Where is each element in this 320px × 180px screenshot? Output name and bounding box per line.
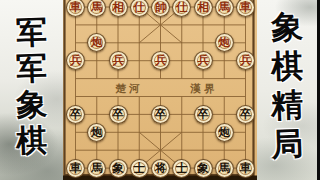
piece-red-horse[interactable]: 馬 bbox=[215, 0, 234, 17]
piece-glyph: 象 bbox=[197, 159, 209, 178]
piece-red-rook[interactable]: 車 bbox=[66, 0, 85, 17]
piece-glyph: 卒 bbox=[155, 105, 167, 124]
piece-black-advisor[interactable]: 士 bbox=[172, 159, 191, 178]
piece-glyph: 馬 bbox=[219, 0, 231, 17]
thumbnail-frame: 军 军 象 棋 象 棋 精 局 楚河 漢界 車馬相仕帥仕相馬車炮炮兵兵兵兵兵卒卒… bbox=[0, 0, 320, 180]
piece-glyph: 炮 bbox=[91, 33, 103, 52]
piece-glyph: 卒 bbox=[70, 105, 82, 124]
piece-glyph: 仕 bbox=[134, 0, 146, 17]
piece-red-cannon[interactable]: 炮 bbox=[215, 33, 234, 52]
calligraphy-char: 局 bbox=[270, 124, 303, 164]
piece-glyph: 兵 bbox=[70, 51, 82, 70]
piece-black-elephant[interactable]: 象 bbox=[194, 159, 213, 178]
piece-black-soldier[interactable]: 卒 bbox=[109, 105, 128, 124]
piece-red-elephant[interactable]: 相 bbox=[109, 0, 128, 17]
piece-black-horse[interactable]: 馬 bbox=[87, 159, 106, 178]
piece-glyph: 馬 bbox=[91, 0, 103, 17]
piece-red-soldier[interactable]: 兵 bbox=[194, 51, 213, 70]
piece-glyph: 炮 bbox=[219, 33, 231, 52]
piece-glyph: 卒 bbox=[197, 105, 209, 124]
piece-glyph: 炮 bbox=[219, 123, 231, 142]
piece-black-soldier[interactable]: 卒 bbox=[151, 105, 170, 124]
piece-red-rook[interactable]: 車 bbox=[236, 0, 255, 17]
piece-glyph: 卒 bbox=[240, 105, 252, 124]
piece-glyph: 卒 bbox=[112, 105, 124, 124]
piece-glyph: 兵 bbox=[155, 51, 167, 70]
piece-glyph: 馬 bbox=[91, 159, 103, 178]
piece-black-rook[interactable]: 車 bbox=[236, 159, 255, 178]
piece-glyph: 車 bbox=[70, 0, 82, 17]
piece-black-soldier[interactable]: 卒 bbox=[194, 105, 213, 124]
piece-black-soldier[interactable]: 卒 bbox=[66, 105, 85, 124]
piece-glyph: 将 bbox=[155, 159, 167, 178]
piece-red-elephant[interactable]: 相 bbox=[194, 0, 213, 17]
calligraphy-char: 棋 bbox=[15, 121, 47, 158]
piece-red-soldier[interactable]: 兵 bbox=[236, 51, 255, 70]
piece-black-rook[interactable]: 車 bbox=[66, 159, 85, 178]
piece-black-general[interactable]: 将 bbox=[151, 159, 170, 178]
piece-glyph: 象 bbox=[112, 159, 124, 178]
calligraphy-char: 军 bbox=[15, 13, 47, 50]
piece-red-advisor[interactable]: 仕 bbox=[130, 0, 149, 17]
piece-red-advisor[interactable]: 仕 bbox=[172, 0, 191, 17]
calligraphy-char: 象 bbox=[270, 7, 303, 47]
piece-black-horse[interactable]: 馬 bbox=[215, 159, 234, 178]
piece-red-horse[interactable]: 馬 bbox=[87, 0, 106, 17]
piece-red-soldier[interactable]: 兵 bbox=[109, 51, 128, 70]
calligraphy-char: 象 bbox=[15, 85, 47, 122]
piece-black-elephant[interactable]: 象 bbox=[109, 159, 128, 178]
calligraphy-char: 棋 bbox=[270, 46, 303, 86]
calligraphy-char: 精 bbox=[270, 85, 303, 125]
xiangqi-board[interactable]: 楚河 漢界 車馬相仕帥仕相馬車炮炮兵兵兵兵兵卒卒卒卒卒炮炮車馬象士将士象馬車 bbox=[63, 0, 257, 180]
piece-red-soldier[interactable]: 兵 bbox=[151, 51, 170, 70]
piece-black-advisor[interactable]: 士 bbox=[130, 159, 149, 178]
piece-glyph: 帥 bbox=[155, 0, 167, 17]
piece-glyph: 兵 bbox=[197, 51, 209, 70]
piece-red-soldier[interactable]: 兵 bbox=[66, 51, 85, 70]
left-calligraphy-title: 军 军 象 棋 bbox=[0, 14, 63, 158]
piece-black-cannon[interactable]: 炮 bbox=[215, 123, 234, 142]
piece-glyph: 相 bbox=[112, 0, 124, 17]
piece-glyph: 仕 bbox=[176, 0, 188, 17]
piece-glyph: 車 bbox=[240, 0, 252, 17]
piece-glyph: 車 bbox=[240, 159, 252, 178]
piece-red-general[interactable]: 帥 bbox=[151, 0, 170, 17]
piece-glyph: 馬 bbox=[219, 159, 231, 178]
piece-black-soldier[interactable]: 卒 bbox=[236, 105, 255, 124]
calligraphy-char: 军 bbox=[15, 49, 47, 86]
pieces-layer: 車馬相仕帥仕相馬車炮炮兵兵兵兵兵卒卒卒卒卒炮炮車馬象士将士象馬車 bbox=[63, 0, 257, 180]
piece-glyph: 兵 bbox=[240, 51, 252, 70]
right-calligraphy-title: 象 棋 精 局 bbox=[257, 8, 317, 164]
piece-glyph: 兵 bbox=[112, 51, 124, 70]
piece-glyph: 車 bbox=[70, 159, 82, 178]
piece-glyph: 士 bbox=[176, 159, 188, 178]
piece-black-cannon[interactable]: 炮 bbox=[87, 123, 106, 142]
piece-glyph: 炮 bbox=[91, 123, 103, 142]
piece-red-cannon[interactable]: 炮 bbox=[87, 33, 106, 52]
piece-glyph: 士 bbox=[134, 159, 146, 178]
piece-glyph: 相 bbox=[197, 0, 209, 17]
